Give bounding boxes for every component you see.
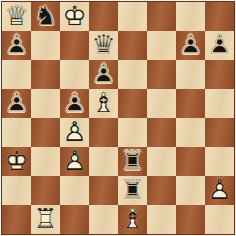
piece-white-king: ♚♔	[2, 147, 31, 176]
piece-black-pawn: ♟♙	[2, 31, 31, 60]
square-c3[interactable]: ♟♙	[60, 147, 89, 176]
square-g6[interactable]	[176, 60, 205, 89]
bishop-glyph-outline: ♗	[89, 88, 118, 117]
bishop-glyph-outline: ♗	[118, 204, 147, 233]
queen-glyph-outline: ♕	[89, 30, 118, 59]
square-f1[interactable]	[147, 205, 176, 234]
square-b7[interactable]	[31, 31, 60, 60]
pawn-glyph-outline: ♙	[176, 30, 205, 59]
piece-black-rook: ♜♖	[118, 147, 147, 176]
queen-glyph-outline: ♕	[2, 1, 31, 30]
square-c8[interactable]: ♚♔	[60, 2, 89, 31]
chess-board: ♛♕♞♘♚♔♟♙♛♕♟♙♟♙♟♙♟♙♟♙♝♗♟♙♚♔♟♙♜♖♜♖♟♙♜♖♝♗	[2, 2, 234, 234]
square-h2[interactable]: ♟♙	[205, 176, 234, 205]
piece-white-bishop: ♝♗	[118, 205, 147, 234]
square-f4[interactable]	[147, 118, 176, 147]
square-d8[interactable]	[89, 2, 118, 31]
square-d1[interactable]	[89, 205, 118, 234]
pawn-glyph-outline: ♙	[60, 117, 89, 146]
square-b6[interactable]	[31, 60, 60, 89]
square-a4[interactable]	[2, 118, 31, 147]
square-b4[interactable]	[31, 118, 60, 147]
square-d7[interactable]: ♛♕	[89, 31, 118, 60]
square-g8[interactable]	[176, 2, 205, 31]
square-g7[interactable]: ♟♙	[176, 31, 205, 60]
square-f8[interactable]	[147, 2, 176, 31]
piece-white-rook: ♜♖	[31, 205, 60, 234]
square-h3[interactable]	[205, 147, 234, 176]
square-g5[interactable]	[176, 89, 205, 118]
square-e8[interactable]	[118, 2, 147, 31]
square-b8[interactable]: ♞♘	[31, 2, 60, 31]
square-e1[interactable]: ♝♗	[118, 205, 147, 234]
square-a3[interactable]: ♚♔	[2, 147, 31, 176]
square-d2[interactable]	[89, 176, 118, 205]
knight-glyph-outline: ♘	[31, 1, 60, 30]
rook-glyph-outline: ♖	[31, 204, 60, 233]
pawn-glyph-outline: ♙	[2, 88, 31, 117]
piece-black-queen: ♛♕	[89, 31, 118, 60]
square-b2[interactable]	[31, 176, 60, 205]
square-c7[interactable]	[60, 31, 89, 60]
square-h8[interactable]	[205, 2, 234, 31]
square-d5[interactable]: ♝♗	[89, 89, 118, 118]
king-glyph-outline: ♔	[60, 1, 89, 30]
chess-diagram: ♛♕♞♘♚♔♟♙♛♕♟♙♟♙♟♙♟♙♟♙♝♗♟♙♚♔♟♙♜♖♜♖♟♙♜♖♝♗	[0, 0, 236, 236]
square-a6[interactable]	[2, 60, 31, 89]
rook-glyph-outline: ♖	[118, 146, 147, 175]
square-h4[interactable]	[205, 118, 234, 147]
square-a2[interactable]	[2, 176, 31, 205]
square-g4[interactable]	[176, 118, 205, 147]
pawn-glyph-outline: ♙	[60, 88, 89, 117]
square-d3[interactable]	[89, 147, 118, 176]
square-h5[interactable]	[205, 89, 234, 118]
square-h7[interactable]: ♟♙	[205, 31, 234, 60]
square-e5[interactable]	[118, 89, 147, 118]
piece-black-pawn: ♟♙	[205, 31, 234, 60]
pawn-glyph-outline: ♙	[60, 146, 89, 175]
pawn-glyph-outline: ♙	[89, 59, 118, 88]
piece-black-pawn: ♟♙	[89, 60, 118, 89]
square-h6[interactable]	[205, 60, 234, 89]
square-a1[interactable]	[2, 205, 31, 234]
square-f5[interactable]	[147, 89, 176, 118]
square-c2[interactable]	[60, 176, 89, 205]
piece-black-pawn: ♟♙	[60, 89, 89, 118]
square-b5[interactable]	[31, 89, 60, 118]
square-d6[interactable]: ♟♙	[89, 60, 118, 89]
square-f3[interactable]	[147, 147, 176, 176]
piece-white-pawn: ♟♙	[60, 118, 89, 147]
square-a8[interactable]: ♛♕	[2, 2, 31, 31]
pawn-glyph-outline: ♙	[2, 30, 31, 59]
square-g2[interactable]	[176, 176, 205, 205]
piece-black-knight: ♞♘	[31, 2, 60, 31]
piece-white-queen: ♛♕	[2, 2, 31, 31]
square-b1[interactable]: ♜♖	[31, 205, 60, 234]
pawn-glyph-outline: ♙	[205, 30, 234, 59]
square-e2[interactable]: ♜♖	[118, 176, 147, 205]
square-c6[interactable]	[60, 60, 89, 89]
square-e6[interactable]	[118, 60, 147, 89]
square-c1[interactable]	[60, 205, 89, 234]
square-f6[interactable]	[147, 60, 176, 89]
rook-glyph-outline: ♖	[118, 175, 147, 204]
square-e7[interactable]	[118, 31, 147, 60]
piece-black-rook: ♜♖	[118, 176, 147, 205]
piece-white-bishop: ♝♗	[89, 89, 118, 118]
piece-black-pawn: ♟♙	[176, 31, 205, 60]
square-c4[interactable]: ♟♙	[60, 118, 89, 147]
square-g3[interactable]	[176, 147, 205, 176]
square-f2[interactable]	[147, 176, 176, 205]
piece-black-pawn: ♟♙	[2, 89, 31, 118]
square-e4[interactable]	[118, 118, 147, 147]
piece-white-pawn: ♟♙	[60, 147, 89, 176]
square-g1[interactable]	[176, 205, 205, 234]
square-e3[interactable]: ♜♖	[118, 147, 147, 176]
square-a7[interactable]: ♟♙	[2, 31, 31, 60]
square-b3[interactable]	[31, 147, 60, 176]
square-c5[interactable]: ♟♙	[60, 89, 89, 118]
piece-white-pawn: ♟♙	[205, 176, 234, 205]
piece-white-king: ♚♔	[60, 2, 89, 31]
square-d4[interactable]	[89, 118, 118, 147]
square-h1[interactable]	[205, 205, 234, 234]
square-a5[interactable]: ♟♙	[2, 89, 31, 118]
king-glyph-outline: ♔	[2, 146, 31, 175]
square-f7[interactable]	[147, 31, 176, 60]
pawn-glyph-outline: ♙	[205, 175, 234, 204]
